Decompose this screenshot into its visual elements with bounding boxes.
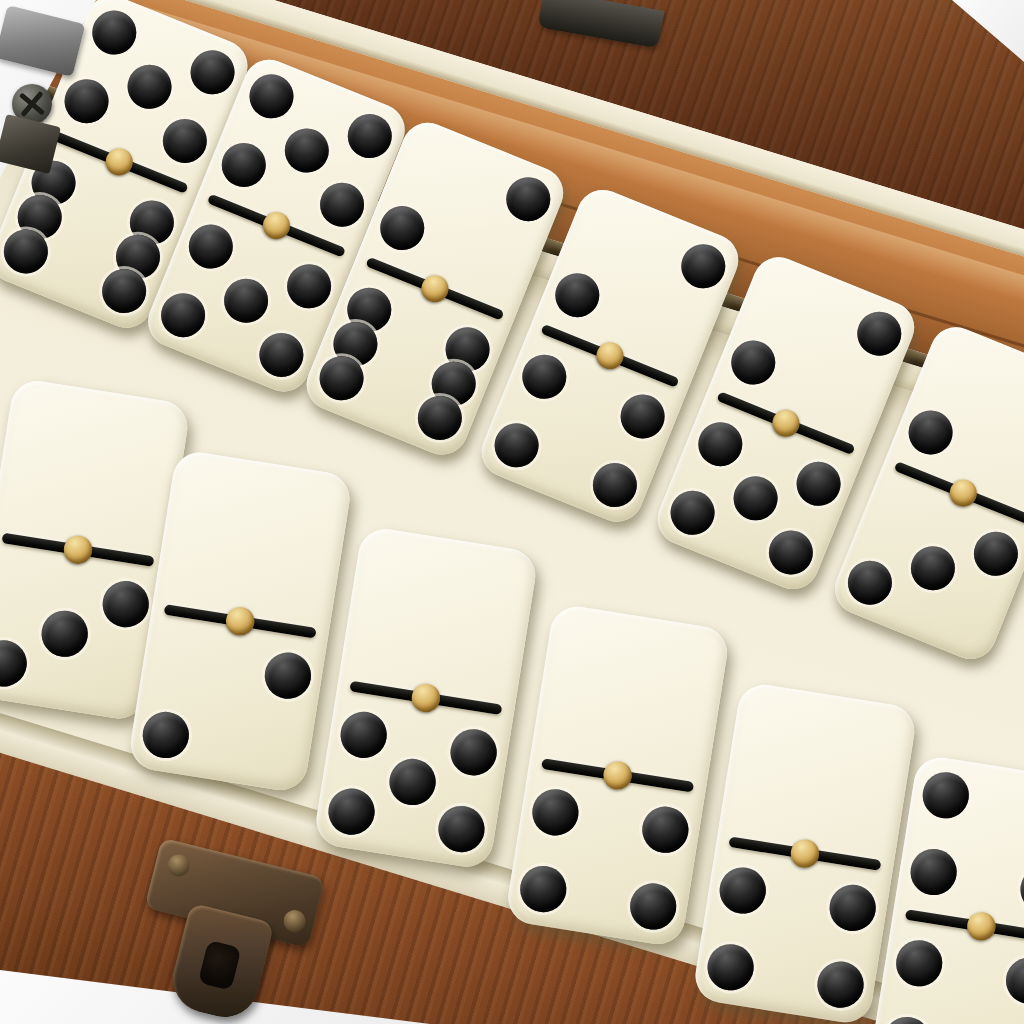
pip (639, 803, 692, 856)
brass-pin (410, 682, 442, 714)
pip (140, 709, 193, 762)
brass-pin (62, 534, 94, 566)
pip (814, 958, 867, 1011)
pip (664, 484, 721, 541)
pip (243, 68, 300, 125)
pip (278, 122, 335, 179)
pip (1002, 954, 1024, 1007)
tile-half-top-value-4 (896, 762, 1024, 923)
pip (790, 455, 847, 512)
brass-pin (965, 910, 997, 942)
tile-half-bottom-value-2 (128, 625, 325, 786)
tile-half-top-value-0 (341, 534, 538, 695)
pip (725, 334, 782, 391)
pip (435, 803, 488, 856)
pip (614, 388, 671, 445)
pip (904, 540, 961, 597)
pip (586, 456, 643, 513)
pip (184, 43, 241, 100)
pip (252, 326, 309, 383)
pip (907, 846, 960, 899)
domino-tile-0-4[interactable] (504, 603, 731, 948)
brass-pin (224, 605, 256, 637)
pip (1017, 863, 1024, 916)
pip (38, 607, 91, 660)
pip (215, 137, 272, 194)
pip (86, 4, 143, 61)
pip (717, 864, 770, 917)
pip (517, 863, 570, 916)
pip (692, 416, 749, 473)
tile-half-top-value-0 (720, 689, 917, 850)
tile-half-top-value-0 (0, 385, 190, 546)
tile-half-bottom-value-4 (869, 930, 1024, 1024)
brass-pin (789, 837, 821, 869)
pip (893, 937, 946, 990)
pip (156, 112, 213, 169)
tile-half-top-value-0 (155, 457, 352, 618)
pip (338, 708, 391, 761)
domino-tile-0-5[interactable] (313, 525, 540, 870)
pip (499, 170, 556, 227)
brass-pin (601, 759, 633, 791)
pip (447, 726, 500, 779)
pip (967, 525, 1024, 582)
tile-half-bottom-value-4 (693, 857, 890, 1018)
brass-pin (259, 208, 294, 243)
pip (674, 237, 731, 294)
pip (386, 756, 439, 809)
pip (826, 881, 879, 934)
pip (488, 417, 545, 474)
pip (182, 218, 239, 275)
pip (121, 58, 178, 115)
pip (217, 272, 274, 329)
pip (762, 524, 819, 581)
tile-half-top-value-0 (532, 611, 729, 772)
pip (549, 267, 606, 324)
pip (325, 785, 378, 838)
pip (881, 1014, 934, 1024)
brass-pin (592, 338, 627, 373)
pip (704, 941, 757, 994)
domino-case-photo (0, 0, 1024, 1024)
brass-pin (102, 144, 137, 179)
pip (902, 404, 959, 461)
pip (0, 637, 30, 690)
pip (341, 107, 398, 164)
brass-pin (768, 406, 803, 441)
pip (529, 786, 582, 839)
pip (99, 577, 152, 630)
pip (920, 769, 973, 822)
pip (850, 305, 907, 362)
pip (280, 257, 337, 314)
pip (155, 287, 212, 344)
tile-half-bottom-value-5 (314, 702, 511, 863)
tile-half-bottom-value-4 (506, 779, 703, 940)
pip (841, 554, 898, 611)
pip (727, 470, 784, 527)
pip (261, 649, 314, 702)
pip (58, 73, 115, 130)
pip (516, 348, 573, 405)
pip (374, 200, 431, 257)
pip (313, 176, 370, 233)
brass-pin (417, 271, 452, 306)
pip (626, 880, 679, 933)
brass-pin (946, 476, 981, 511)
